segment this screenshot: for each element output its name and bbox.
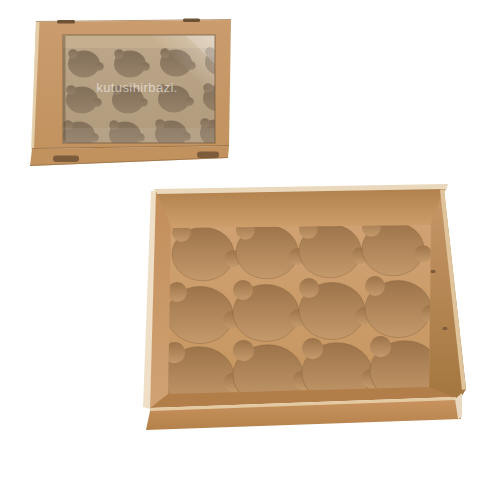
product-photo: kutusihirbazi. [0, 0, 480, 480]
photo-canvas: kutusihirbazi. [0, 0, 480, 480]
tray-back-wall [156, 189, 445, 229]
front-lock-slot [197, 152, 219, 159]
lid-tab-slot [57, 20, 75, 24]
tray-holes [164, 218, 448, 407]
box-window: kutusihirbazi. [63, 35, 241, 149]
right-wall-slot [431, 270, 436, 273]
lid-tab-slot [183, 19, 200, 23]
open-tray [143, 184, 466, 430]
right-wall-slot [443, 327, 448, 330]
front-lock-slot [53, 156, 79, 163]
window-bottom-sheen [63, 128, 215, 143]
watermark-text: kutusihirbazi. [96, 80, 177, 95]
closed-box: kutusihirbazi. [30, 19, 241, 167]
